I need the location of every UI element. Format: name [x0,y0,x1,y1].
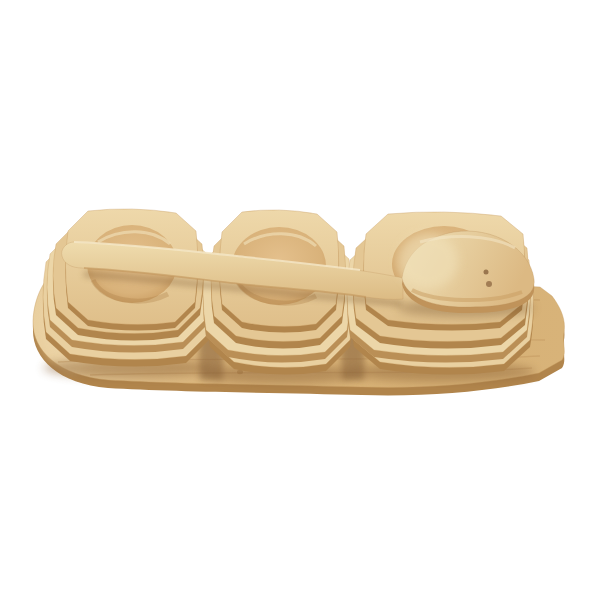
plate-stack-left [43,209,214,367]
product-photo [0,0,600,600]
wooden-serving-set-photo [0,0,600,600]
